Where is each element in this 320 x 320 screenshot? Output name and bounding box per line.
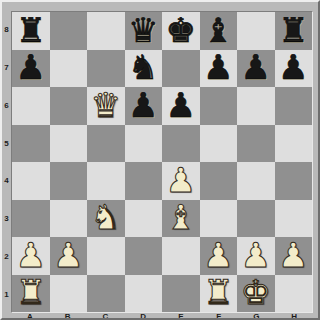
rank-label-4: 4 bbox=[2, 162, 11, 200]
file-labels: ABCDEFGH bbox=[11, 313, 313, 320]
rank-label-5: 5 bbox=[2, 124, 11, 162]
square-e5[interactable] bbox=[162, 125, 200, 163]
square-c3[interactable]: ♞ bbox=[87, 200, 125, 238]
square-g7[interactable]: ♟ bbox=[237, 50, 275, 88]
square-f2[interactable]: ♟ bbox=[200, 237, 238, 275]
square-f8[interactable]: ♝ bbox=[200, 12, 238, 50]
square-g4[interactable] bbox=[237, 162, 275, 200]
square-c8[interactable] bbox=[87, 12, 125, 50]
rank-label-7: 7 bbox=[2, 49, 11, 87]
square-g2[interactable]: ♟ bbox=[237, 237, 275, 275]
square-h4[interactable] bbox=[275, 162, 313, 200]
square-a5[interactable] bbox=[12, 125, 50, 163]
square-c2[interactable] bbox=[87, 237, 125, 275]
piece-white-rook[interactable]: ♜ bbox=[203, 275, 233, 309]
file-label-c: C bbox=[87, 313, 125, 320]
piece-black-rook[interactable]: ♜ bbox=[16, 13, 46, 47]
square-f1[interactable]: ♜ bbox=[200, 275, 238, 313]
square-c6[interactable]: ♛ bbox=[87, 87, 125, 125]
piece-black-pawn[interactable]: ♟ bbox=[278, 50, 308, 84]
file-label-g: G bbox=[238, 313, 276, 320]
square-g3[interactable] bbox=[237, 200, 275, 238]
square-h5[interactable] bbox=[275, 125, 313, 163]
piece-black-pawn[interactable]: ♟ bbox=[241, 50, 271, 84]
square-b5[interactable] bbox=[50, 125, 88, 163]
square-e2[interactable] bbox=[162, 237, 200, 275]
piece-black-king[interactable]: ♚ bbox=[166, 13, 196, 47]
square-e3[interactable]: ♝ bbox=[162, 200, 200, 238]
chessboard-frame: 87654321 ♜♛♚♝♜♟♞♟♟♟♛♟♟♟♞♝♟♟♟♟♟♜♜♚ ABCDEF… bbox=[0, 0, 320, 320]
square-a6[interactable] bbox=[12, 87, 50, 125]
square-g8[interactable] bbox=[237, 12, 275, 50]
square-d5[interactable] bbox=[125, 125, 163, 163]
square-f7[interactable]: ♟ bbox=[200, 50, 238, 88]
rank-label-2: 2 bbox=[2, 238, 11, 276]
square-b4[interactable] bbox=[50, 162, 88, 200]
square-e6[interactable]: ♟ bbox=[162, 87, 200, 125]
square-c5[interactable] bbox=[87, 125, 125, 163]
rank-label-1: 1 bbox=[2, 275, 11, 313]
file-label-b: B bbox=[49, 313, 87, 320]
square-e7[interactable] bbox=[162, 50, 200, 88]
piece-white-knight[interactable]: ♞ bbox=[91, 200, 121, 234]
square-a3[interactable] bbox=[12, 200, 50, 238]
file-label-f: F bbox=[200, 313, 238, 320]
square-b7[interactable] bbox=[50, 50, 88, 88]
square-f5[interactable] bbox=[200, 125, 238, 163]
piece-black-rook[interactable]: ♜ bbox=[278, 13, 308, 47]
chessboard: ♜♛♚♝♜♟♞♟♟♟♛♟♟♟♞♝♟♟♟♟♟♜♜♚ bbox=[11, 11, 313, 313]
piece-black-pawn[interactable]: ♟ bbox=[203, 50, 233, 84]
square-d8[interactable]: ♛ bbox=[125, 12, 163, 50]
file-label-d: D bbox=[124, 313, 162, 320]
piece-black-pawn[interactable]: ♟ bbox=[128, 88, 158, 122]
square-d2[interactable] bbox=[125, 237, 163, 275]
square-h2[interactable]: ♟ bbox=[275, 237, 313, 275]
file-label-h: H bbox=[275, 313, 313, 320]
rank-labels: 87654321 bbox=[2, 11, 11, 313]
square-h7[interactable]: ♟ bbox=[275, 50, 313, 88]
piece-white-rook[interactable]: ♜ bbox=[16, 275, 46, 309]
square-d6[interactable]: ♟ bbox=[125, 87, 163, 125]
square-g5[interactable] bbox=[237, 125, 275, 163]
square-d1[interactable] bbox=[125, 275, 163, 313]
rank-label-8: 8 bbox=[2, 11, 11, 49]
piece-black-queen[interactable]: ♛ bbox=[128, 13, 158, 47]
square-a7[interactable]: ♟ bbox=[12, 50, 50, 88]
square-h3[interactable] bbox=[275, 200, 313, 238]
square-h1[interactable] bbox=[275, 275, 313, 313]
square-c4[interactable] bbox=[87, 162, 125, 200]
file-label-a: A bbox=[11, 313, 49, 320]
piece-white-pawn[interactable]: ♟ bbox=[166, 163, 196, 197]
square-b8[interactable] bbox=[50, 12, 88, 50]
square-h8[interactable]: ♜ bbox=[275, 12, 313, 50]
piece-white-pawn[interactable]: ♟ bbox=[53, 238, 83, 272]
square-a4[interactable] bbox=[12, 162, 50, 200]
piece-black-pawn[interactable]: ♟ bbox=[166, 88, 196, 122]
piece-white-bishop[interactable]: ♝ bbox=[166, 200, 196, 234]
square-a8[interactable]: ♜ bbox=[12, 12, 50, 50]
square-e1[interactable] bbox=[162, 275, 200, 313]
square-f6[interactable] bbox=[200, 87, 238, 125]
file-label-e: E bbox=[162, 313, 200, 320]
square-e8[interactable]: ♚ bbox=[162, 12, 200, 50]
piece-white-pawn[interactable]: ♟ bbox=[278, 238, 308, 272]
square-a2[interactable]: ♟ bbox=[12, 237, 50, 275]
piece-white-pawn[interactable]: ♟ bbox=[241, 238, 271, 272]
rank-label-3: 3 bbox=[2, 200, 11, 238]
square-h6[interactable] bbox=[275, 87, 313, 125]
square-e4[interactable]: ♟ bbox=[162, 162, 200, 200]
square-b6[interactable] bbox=[50, 87, 88, 125]
square-d4[interactable] bbox=[125, 162, 163, 200]
piece-black-bishop[interactable]: ♝ bbox=[203, 13, 233, 47]
square-g1[interactable]: ♚ bbox=[237, 275, 275, 313]
square-c1[interactable] bbox=[87, 275, 125, 313]
piece-white-pawn[interactable]: ♟ bbox=[16, 238, 46, 272]
piece-white-king[interactable]: ♚ bbox=[241, 275, 271, 309]
square-f3[interactable] bbox=[200, 200, 238, 238]
piece-white-queen[interactable]: ♛ bbox=[91, 88, 121, 122]
piece-white-pawn[interactable]: ♟ bbox=[203, 238, 233, 272]
piece-black-knight[interactable]: ♞ bbox=[128, 50, 158, 84]
rank-label-6: 6 bbox=[2, 87, 11, 125]
square-b1[interactable] bbox=[50, 275, 88, 313]
square-b2[interactable]: ♟ bbox=[50, 237, 88, 275]
square-b3[interactable] bbox=[50, 200, 88, 238]
square-g6[interactable] bbox=[237, 87, 275, 125]
square-c7[interactable] bbox=[87, 50, 125, 88]
square-d3[interactable] bbox=[125, 200, 163, 238]
square-a1[interactable]: ♜ bbox=[12, 275, 50, 313]
square-f4[interactable] bbox=[200, 162, 238, 200]
piece-black-pawn[interactable]: ♟ bbox=[16, 50, 46, 84]
square-d7[interactable]: ♞ bbox=[125, 50, 163, 88]
